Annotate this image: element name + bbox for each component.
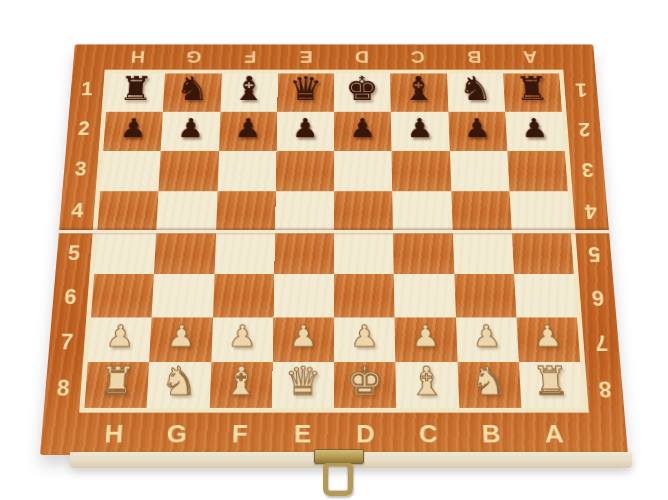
rank-label-left-4: 4 <box>71 200 85 223</box>
square-c1[interactable]: ♝ <box>390 73 448 111</box>
square-b6[interactable] <box>454 274 516 317</box>
file-label-top-C: C <box>390 44 447 69</box>
square-a8[interactable]: ♜ <box>519 362 584 408</box>
square-e3[interactable] <box>276 151 334 191</box>
square-f2[interactable]: ♟ <box>219 112 277 151</box>
file-labels-top: HGFEDCBA <box>73 44 596 69</box>
file-label-top-H: H <box>109 44 167 69</box>
piece-light-pawn[interactable]: ♟ <box>289 321 318 351</box>
square-f6[interactable] <box>213 274 275 317</box>
rank-label-right-5: 5 <box>587 242 601 265</box>
square-c2[interactable]: ♟ <box>391 112 449 151</box>
chess-board: HGFEDCBA 12345678 ♜♞♝♛♚♝♞♜♟♟♟♟♟♟♟♟♟♟♟♟♟♟… <box>40 44 628 455</box>
piece-light-bishop[interactable]: ♝ <box>222 362 260 401</box>
square-e1[interactable]: ♛ <box>277 73 334 111</box>
piece-dark-rook[interactable]: ♜ <box>514 73 550 106</box>
rank-label-right-7: 7 <box>594 330 608 355</box>
square-d1[interactable]: ♚ <box>334 73 391 111</box>
square-a6[interactable] <box>514 274 577 317</box>
photo-stage: HGFEDCBA 12345678 ♜♞♝♛♚♝♞♜♟♟♟♟♟♟♟♟♟♟♟♟♟♟… <box>0 0 668 500</box>
square-d6[interactable] <box>334 274 395 317</box>
piece-light-pawn[interactable]: ♟ <box>228 321 257 351</box>
piece-dark-pawn[interactable]: ♟ <box>177 115 205 141</box>
square-d7[interactable]: ♟ <box>334 318 396 363</box>
square-a7[interactable]: ♟ <box>516 318 580 363</box>
square-c6[interactable] <box>394 274 456 317</box>
square-f1[interactable]: ♝ <box>220 73 278 111</box>
square-c3[interactable] <box>392 151 451 191</box>
piece-dark-pawn[interactable]: ♟ <box>234 115 262 141</box>
square-b7[interactable]: ♟ <box>455 318 518 363</box>
square-h8[interactable]: ♜ <box>84 362 149 408</box>
square-c4[interactable] <box>392 191 452 232</box>
rank-label-right-8: 8 <box>597 376 612 401</box>
file-label-bottom-H: H <box>81 413 147 455</box>
square-b5[interactable] <box>452 232 513 274</box>
square-h1[interactable]: ♜ <box>106 73 165 111</box>
square-e5[interactable] <box>274 232 334 274</box>
square-d8[interactable]: ♚ <box>334 362 396 408</box>
square-d2[interactable]: ♟ <box>334 112 392 151</box>
playing-field: ♜♞♝♛♚♝♞♜♟♟♟♟♟♟♟♟♟♟♟♟♟♟♟♟♜♞♝♛♚♝♞♜ <box>79 70 589 413</box>
file-label-bottom-B: B <box>459 413 524 455</box>
piece-dark-pawn[interactable]: ♟ <box>119 115 147 141</box>
piece-light-knight[interactable]: ♞ <box>160 362 199 401</box>
rank-label-right-3: 3 <box>580 158 594 180</box>
rank-label-left-8: 8 <box>56 376 71 401</box>
piece-light-pawn[interactable]: ♟ <box>472 321 502 351</box>
rank-label-left-6: 6 <box>63 286 77 310</box>
piece-dark-bishop[interactable]: ♝ <box>232 73 267 106</box>
rank-label-left-5: 5 <box>67 242 81 265</box>
square-f7[interactable]: ♟ <box>211 318 273 363</box>
piece-dark-knight[interactable]: ♞ <box>175 73 210 106</box>
square-g3[interactable] <box>159 151 219 191</box>
piece-light-rook[interactable]: ♜ <box>98 362 137 401</box>
square-g6[interactable] <box>152 274 214 317</box>
piece-light-pawn[interactable]: ♟ <box>166 321 196 351</box>
square-h3[interactable] <box>100 151 161 191</box>
square-c8[interactable]: ♝ <box>396 362 459 408</box>
square-f3[interactable] <box>217 151 276 191</box>
file-label-bottom-F: F <box>208 413 272 455</box>
file-label-top-B: B <box>446 44 503 69</box>
square-g2[interactable]: ♟ <box>161 112 220 151</box>
file-label-bottom-A: A <box>521 413 587 455</box>
square-b4[interactable] <box>451 191 512 232</box>
piece-light-king[interactable]: ♚ <box>346 362 383 401</box>
square-c5[interactable] <box>393 232 454 274</box>
square-h4[interactable] <box>97 191 158 232</box>
clasp-hasp-loop <box>323 463 353 496</box>
rank-label-left-2: 2 <box>77 118 90 140</box>
square-a4[interactable] <box>509 191 570 232</box>
square-d4[interactable] <box>334 191 393 232</box>
square-g8[interactable]: ♞ <box>147 362 211 408</box>
rank-label-right-4: 4 <box>584 200 598 223</box>
piece-light-pawn[interactable]: ♟ <box>411 321 440 351</box>
square-a2[interactable]: ♟ <box>505 112 565 151</box>
file-label-top-G: G <box>165 44 222 69</box>
square-h5[interactable] <box>94 232 156 274</box>
square-e8[interactable]: ♛ <box>272 362 334 408</box>
piece-light-pawn[interactable]: ♟ <box>533 321 563 351</box>
square-g1[interactable]: ♞ <box>163 73 221 111</box>
square-a5[interactable] <box>512 232 574 274</box>
piece-dark-queen[interactable]: ♛ <box>289 73 323 106</box>
piece-light-rook[interactable]: ♜ <box>531 362 570 401</box>
piece-light-queen[interactable]: ♛ <box>284 362 321 401</box>
square-g5[interactable] <box>154 232 215 274</box>
piece-dark-knight[interactable]: ♞ <box>458 73 493 106</box>
square-b2[interactable]: ♟ <box>448 112 507 151</box>
square-f4[interactable] <box>216 191 276 232</box>
piece-dark-pawn[interactable]: ♟ <box>520 115 548 141</box>
square-h2[interactable]: ♟ <box>103 112 163 151</box>
board-perspective-wrap: HGFEDCBA 12345678 ♜♞♝♛♚♝♞♜♟♟♟♟♟♟♟♟♟♟♟♟♟♟… <box>40 44 628 455</box>
brass-clasp <box>314 449 362 497</box>
piece-dark-rook[interactable]: ♜ <box>118 73 154 106</box>
square-e2[interactable]: ♟ <box>276 112 334 151</box>
square-e7[interactable]: ♟ <box>272 318 334 363</box>
square-d3[interactable] <box>334 151 392 191</box>
square-a1[interactable]: ♜ <box>503 73 562 111</box>
piece-light-pawn[interactable]: ♟ <box>105 321 135 351</box>
file-label-bottom-G: G <box>144 413 209 455</box>
square-e4[interactable] <box>275 191 334 232</box>
square-f8[interactable]: ♝ <box>209 362 272 408</box>
file-label-top-E: E <box>278 44 334 69</box>
square-b8[interactable]: ♞ <box>457 362 521 408</box>
square-b3[interactable] <box>449 151 509 191</box>
rank-label-left-7: 7 <box>60 330 74 355</box>
piece-light-bishop[interactable]: ♝ <box>408 362 446 401</box>
file-label-top-F: F <box>222 44 279 69</box>
rank-label-left-1: 1 <box>81 79 94 100</box>
piece-dark-pawn[interactable]: ♟ <box>463 115 491 141</box>
rank-label-right-2: 2 <box>577 118 590 140</box>
rank-label-right-6: 6 <box>590 286 604 310</box>
piece-light-pawn[interactable]: ♟ <box>350 321 379 351</box>
piece-light-knight[interactable]: ♞ <box>470 362 509 401</box>
piece-dark-pawn[interactable]: ♟ <box>349 115 376 141</box>
square-g4[interactable] <box>156 191 217 232</box>
piece-dark-king[interactable]: ♚ <box>345 73 379 106</box>
square-e6[interactable] <box>273 274 334 317</box>
square-g7[interactable]: ♟ <box>149 318 212 363</box>
square-d5[interactable] <box>334 232 394 274</box>
file-label-top-D: D <box>334 44 390 69</box>
clasp-hinge-plate <box>314 449 364 464</box>
square-h6[interactable] <box>91 274 154 317</box>
square-b1[interactable]: ♞ <box>447 73 505 111</box>
board-middle: 12345678 ♜♞♝♛♚♝♞♜♟♟♟♟♟♟♟♟♟♟♟♟♟♟♟♟♜♞♝♛♚♝♞… <box>44 70 625 413</box>
piece-dark-bishop[interactable]: ♝ <box>402 73 437 106</box>
square-a3[interactable] <box>507 151 568 191</box>
piece-dark-pawn[interactable]: ♟ <box>406 115 434 141</box>
hinge-fold-line <box>59 230 609 233</box>
square-c7[interactable]: ♟ <box>395 318 457 363</box>
rank-label-right-1: 1 <box>574 79 587 100</box>
piece-dark-pawn[interactable]: ♟ <box>292 115 319 141</box>
square-h7[interactable]: ♟ <box>88 318 152 363</box>
file-label-bottom-C: C <box>396 413 460 455</box>
rank-label-left-3: 3 <box>74 158 88 180</box>
file-label-top-A: A <box>501 44 559 69</box>
square-f5[interactable] <box>214 232 275 274</box>
